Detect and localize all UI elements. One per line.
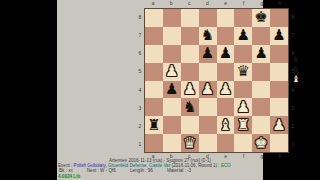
white-pawn: ♟ [234,98,252,116]
square-e2[interactable]: ♝ [217,116,235,134]
square-a5[interactable] [145,63,163,81]
square-a8[interactable] [145,9,163,27]
file-label-a: a [144,0,162,7]
square-e6[interactable]: ♟ [217,45,235,63]
square-a3[interactable] [145,98,163,116]
square-c7[interactable] [181,27,199,45]
square-c3[interactable]: ♞ [181,98,199,116]
square-d4[interactable]: ♟ [199,81,217,99]
rank-label-8: 8 [290,8,296,26]
rank-label-2: 2 [290,117,296,135]
square-h5[interactable] [270,63,288,81]
rank-label-3: 3 [290,99,296,117]
square-h3[interactable] [270,98,288,116]
square-f2[interactable]: ♜ [234,116,252,134]
captured-pieces-tray: ♞♞♝ [290,54,302,84]
rank-label-2: 2 [137,117,143,135]
file-label-c: c [180,0,198,7]
black-pawn: ♟ [270,27,288,45]
square-b4[interactable]: ♟ [163,81,181,99]
square-f3[interactable]: ♟ [234,98,252,116]
white-pawn: ♟ [199,81,217,99]
file-label-h: h [271,0,289,7]
chess-board: ♚♞♟♟♟♟♟♟♛♟♟♟♟♞♟♜♝♜♟♛♚ [144,8,289,153]
black-pawn: ♟ [234,27,252,45]
rank-label-1: 1 [137,135,143,153]
file-label-e: e [217,0,235,7]
square-b3[interactable] [163,98,181,116]
black-pawn: ♟ [163,81,181,99]
file-label-g: g [253,0,271,7]
white-pawn: ♟ [217,81,235,99]
black-pawn: ♟ [199,45,217,63]
square-e8[interactable] [217,9,235,27]
captured-white-bishop: ♝ [290,74,302,84]
square-g3[interactable] [252,98,270,116]
square-b8[interactable] [163,9,181,27]
square-f7[interactable]: ♟ [234,27,252,45]
square-g5[interactable] [252,63,270,81]
status-token-2: Length : 96 [130,168,153,173]
square-d6[interactable]: ♟ [199,45,217,63]
square-e3[interactable] [217,98,235,116]
status-token-1: Next : W - Qf6 [87,168,116,173]
square-g7[interactable] [252,27,270,45]
game-info-panel: Artemiev 2016-11-13 (rus) - Sjugirov 27 … [57,158,263,180]
letterbox-left [0,0,57,180]
square-g2[interactable] [252,116,270,134]
square-a6[interactable] [145,45,163,63]
file-label-h: h [271,153,289,160]
file-label-b: b [162,0,180,7]
rank-label-3: 3 [137,99,143,117]
square-e7[interactable] [217,27,235,45]
white-rook: ♜ [234,116,252,134]
square-f6[interactable] [234,45,252,63]
white-pawn: ♟ [181,81,199,99]
status-token-3: Material : -3 [167,168,191,173]
square-h4[interactable] [270,81,288,99]
square-b2[interactable] [163,116,181,134]
square-e1[interactable] [217,134,235,152]
rank-label-7: 7 [137,26,143,44]
square-b1[interactable] [163,134,181,152]
square-b7[interactable] [163,27,181,45]
square-g8[interactable]: ♚ [252,9,270,27]
file-label-d: d [198,0,216,7]
white-pawn: ♟ [163,63,181,81]
square-c5[interactable] [181,63,199,81]
rank-label-5: 5 [137,62,143,80]
chess-app-window: abcdefgh abcdefgh 87654321 87654321 ♚♞♟♟… [57,0,263,180]
square-d8[interactable] [199,9,217,27]
square-g1[interactable]: ♚ [252,134,270,152]
rank-label-1: 1 [290,135,296,153]
square-h2[interactable]: ♟ [270,116,288,134]
black-queen: ♛ [234,63,252,81]
black-knight: ♞ [199,27,217,45]
black-knight: ♞ [181,98,199,116]
black-pawn: ♟ [217,45,235,63]
status-token-0: Bk : xx [59,168,73,173]
square-f5[interactable]: ♛ [234,63,252,81]
square-c1[interactable]: ♛ [181,134,199,152]
event-segment-4: ECO [221,163,231,168]
square-d5[interactable] [199,63,217,81]
engine-version-label: 4.0024 Lib [57,174,264,179]
black-king: ♚ [252,9,270,27]
square-a4[interactable] [145,81,163,99]
rank-label-7: 7 [290,26,296,44]
file-labels-top: abcdefgh [144,0,289,7]
square-d1[interactable] [199,134,217,152]
square-a1[interactable] [145,134,163,152]
square-d7[interactable]: ♞ [199,27,217,45]
square-f8[interactable] [234,9,252,27]
white-bishop: ♝ [217,116,235,134]
square-c2[interactable] [181,116,199,134]
square-g6[interactable]: ♟ [252,45,270,63]
square-d3[interactable] [199,98,217,116]
square-h1[interactable] [270,134,288,152]
square-e5[interactable] [217,63,235,81]
square-a7[interactable] [145,27,163,45]
square-a2[interactable]: ♜ [145,116,163,134]
square-f1[interactable] [234,134,252,152]
white-king: ♚ [252,134,270,152]
square-e4[interactable]: ♟ [217,81,235,99]
rank-label-8: 8 [137,8,143,26]
square-c8[interactable] [181,9,199,27]
video-frame: abcdefgh abcdefgh 87654321 87654321 ♚♞♟♟… [0,0,320,180]
square-h6[interactable] [270,45,288,63]
file-label-f: f [235,0,253,7]
white-pawn: ♟ [270,116,288,134]
square-h8[interactable] [270,9,288,27]
square-f4[interactable] [234,81,252,99]
square-b6[interactable] [163,45,181,63]
black-rook: ♜ [145,116,163,134]
square-g4[interactable] [252,81,270,99]
captured-black-knight: ♞ [290,64,302,74]
square-c6[interactable] [181,45,199,63]
white-queen: ♛ [181,134,199,152]
rank-label-6: 6 [137,44,143,62]
square-b5[interactable]: ♟ [163,63,181,81]
rank-label-4: 4 [137,81,143,99]
black-pawn: ♟ [252,45,270,63]
square-h7[interactable]: ♟ [270,27,288,45]
rank-labels-left: 87654321 [137,8,143,153]
square-c4[interactable]: ♟ [181,81,199,99]
captured-black-knight: ♞ [290,54,302,64]
square-d2[interactable] [199,116,217,134]
